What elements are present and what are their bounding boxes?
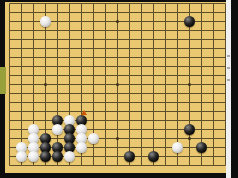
- scrollbar-mark: [227, 55, 230, 57]
- star-point: [44, 83, 47, 86]
- white-stone[interactable]: [40, 16, 51, 27]
- star-point: [116, 83, 119, 86]
- white-stone[interactable]: [52, 124, 63, 135]
- scrollbar-mark: [227, 67, 230, 69]
- star-point: [116, 137, 119, 140]
- black-stone[interactable]: [124, 151, 135, 162]
- star-point: [188, 137, 191, 140]
- go-board-window: [0, 0, 238, 178]
- scrollbar-mark: [227, 79, 230, 81]
- right-scrollbar[interactable]: [226, 0, 231, 178]
- white-stone[interactable]: [28, 151, 39, 162]
- white-stone[interactable]: [172, 142, 183, 153]
- black-stone[interactable]: [184, 16, 195, 27]
- black-stone[interactable]: [52, 151, 63, 162]
- black-stone[interactable]: [184, 124, 195, 135]
- side-tag[interactable]: [0, 67, 6, 94]
- black-stone[interactable]: [40, 151, 51, 162]
- black-stone[interactable]: [196, 142, 207, 153]
- star-point: [188, 83, 191, 86]
- white-stone[interactable]: [64, 151, 75, 162]
- last-move-marker: [81, 110, 87, 115]
- star-point: [116, 20, 119, 23]
- white-stone[interactable]: [88, 133, 99, 144]
- white-stone[interactable]: [16, 151, 27, 162]
- black-stone[interactable]: [148, 151, 159, 162]
- bottom-frame-bar: [0, 173, 238, 178]
- right-frame-bar: [231, 0, 238, 178]
- stones-layer: [0, 0, 238, 178]
- white-stone[interactable]: [76, 142, 87, 153]
- top-frame-bar: [0, 0, 238, 2]
